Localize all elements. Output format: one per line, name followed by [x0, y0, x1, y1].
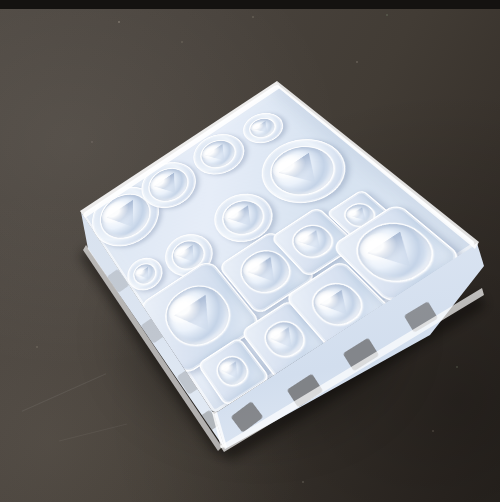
cavity-opening [129, 259, 161, 289]
cavity-opening [211, 351, 254, 392]
background-top-edge [0, 0, 500, 9]
cavity-opening [244, 114, 281, 143]
cavity-opening [285, 219, 341, 264]
cavity-opening [258, 136, 349, 206]
dust-specks [0, 0, 2, 2]
photo-scene [0, 0, 500, 502]
